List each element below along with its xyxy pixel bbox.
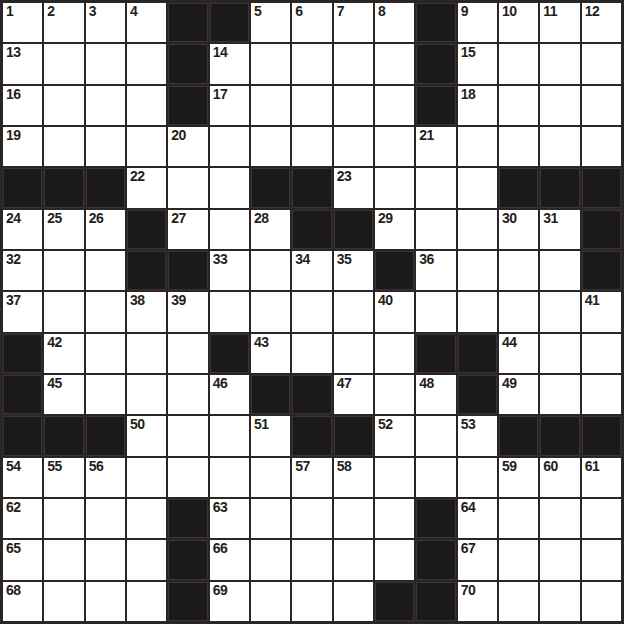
white-cell[interactable] <box>540 334 579 373</box>
clue-number: 68 <box>6 582 21 599</box>
white-cell[interactable]: 7 <box>334 3 373 42</box>
white-cell[interactable] <box>292 292 331 331</box>
white-cell[interactable]: 61 <box>582 458 621 497</box>
white-cell[interactable]: 50 <box>127 416 166 455</box>
white-cell[interactable] <box>86 334 125 373</box>
black-cell <box>3 416 42 455</box>
white-cell[interactable] <box>582 582 621 621</box>
white-cell[interactable]: 53 <box>458 416 497 455</box>
white-cell[interactable] <box>44 86 83 125</box>
black-cell <box>582 168 621 207</box>
white-cell[interactable] <box>210 458 249 497</box>
white-cell[interactable] <box>127 458 166 497</box>
clue-number: 24 <box>6 210 21 227</box>
clue-number: 28 <box>254 210 269 227</box>
white-cell[interactable]: 8 <box>375 3 414 42</box>
white-cell[interactable] <box>292 44 331 83</box>
clue-number: 34 <box>295 251 310 268</box>
white-cell[interactable] <box>44 127 83 166</box>
white-cell[interactable]: 4 <box>127 3 166 42</box>
clue-number: 11 <box>543 3 557 20</box>
white-cell[interactable] <box>540 540 579 579</box>
white-cell[interactable]: 17 <box>210 86 249 125</box>
white-cell[interactable] <box>127 582 166 621</box>
black-cell <box>292 210 331 249</box>
white-cell[interactable] <box>582 127 621 166</box>
white-cell[interactable] <box>292 540 331 579</box>
white-cell[interactable]: 10 <box>499 3 538 42</box>
white-cell[interactable] <box>127 86 166 125</box>
clue-number: 63 <box>213 499 228 516</box>
white-cell[interactable]: 36 <box>416 251 455 290</box>
white-cell[interactable]: 6 <box>292 3 331 42</box>
black-cell <box>210 3 249 42</box>
white-cell[interactable] <box>168 168 207 207</box>
white-cell[interactable]: 9 <box>458 3 497 42</box>
white-cell[interactable]: 65 <box>3 540 42 579</box>
white-cell[interactable]: 57 <box>292 458 331 497</box>
black-cell <box>292 416 331 455</box>
white-cell[interactable]: 45 <box>44 375 83 414</box>
clue-number: 44 <box>502 334 517 351</box>
clue-number: 8 <box>378 3 385 20</box>
white-cell[interactable]: 63 <box>210 499 249 538</box>
white-cell[interactable]: 67 <box>458 540 497 579</box>
clue-number: 29 <box>378 210 393 227</box>
white-cell[interactable] <box>86 375 125 414</box>
clue-number: 1 <box>6 3 13 20</box>
white-cell[interactable]: 42 <box>44 334 83 373</box>
white-cell[interactable] <box>582 540 621 579</box>
white-cell[interactable]: 54 <box>3 458 42 497</box>
white-cell[interactable]: 48 <box>416 375 455 414</box>
white-cell[interactable] <box>127 540 166 579</box>
white-cell[interactable] <box>127 375 166 414</box>
clue-number: 56 <box>89 458 104 475</box>
white-cell[interactable] <box>251 499 290 538</box>
black-cell <box>416 86 455 125</box>
clue-number: 42 <box>47 334 62 351</box>
black-cell <box>375 582 414 621</box>
white-cell[interactable] <box>44 292 83 331</box>
clue-number: 70 <box>461 582 476 599</box>
white-cell[interactable] <box>540 86 579 125</box>
clue-number: 5 <box>254 3 261 20</box>
clue-number: 7 <box>337 3 344 20</box>
white-cell[interactable] <box>375 334 414 373</box>
white-cell[interactable]: 68 <box>3 582 42 621</box>
white-cell[interactable]: 49 <box>499 375 538 414</box>
white-cell[interactable] <box>210 292 249 331</box>
crossword-grid: 1234567891011121314151617181920212223242… <box>0 0 624 624</box>
white-cell[interactable] <box>292 86 331 125</box>
white-cell[interactable] <box>251 86 290 125</box>
white-cell[interactable]: 5 <box>251 3 290 42</box>
white-cell[interactable] <box>251 251 290 290</box>
white-cell[interactable]: 64 <box>458 499 497 538</box>
white-cell[interactable] <box>375 499 414 538</box>
white-cell[interactable] <box>44 582 83 621</box>
white-cell[interactable] <box>44 540 83 579</box>
white-cell[interactable] <box>458 168 497 207</box>
clue-number: 35 <box>337 251 352 268</box>
clue-number: 16 <box>6 86 21 103</box>
clue-number: 12 <box>585 3 600 20</box>
clue-number: 46 <box>213 375 228 392</box>
white-cell[interactable]: 12 <box>582 3 621 42</box>
white-cell[interactable] <box>86 582 125 621</box>
clue-number: 31 <box>543 210 558 227</box>
white-cell[interactable]: 47 <box>334 375 373 414</box>
white-cell[interactable] <box>334 127 373 166</box>
white-cell[interactable] <box>334 86 373 125</box>
white-cell[interactable] <box>375 375 414 414</box>
black-cell <box>416 540 455 579</box>
white-cell[interactable] <box>582 334 621 373</box>
white-cell[interactable]: 18 <box>458 86 497 125</box>
black-cell <box>499 416 538 455</box>
clue-number: 65 <box>6 540 21 557</box>
black-cell <box>86 168 125 207</box>
clue-number: 10 <box>502 3 517 20</box>
white-cell[interactable]: 30 <box>499 210 538 249</box>
white-cell[interactable] <box>44 499 83 538</box>
clue-number: 26 <box>89 210 104 227</box>
white-cell[interactable] <box>168 416 207 455</box>
white-cell[interactable] <box>251 292 290 331</box>
white-cell[interactable] <box>334 292 373 331</box>
white-cell[interactable] <box>458 458 497 497</box>
clue-number: 23 <box>337 168 352 185</box>
clue-number: 52 <box>378 416 393 433</box>
white-cell[interactable] <box>416 458 455 497</box>
black-cell <box>334 416 373 455</box>
clue-number: 39 <box>171 292 186 309</box>
white-cell[interactable] <box>499 86 538 125</box>
white-cell[interactable]: 15 <box>458 44 497 83</box>
white-cell[interactable]: 22 <box>127 168 166 207</box>
clue-number: 40 <box>378 292 393 309</box>
white-cell[interactable]: 66 <box>210 540 249 579</box>
white-cell[interactable]: 40 <box>375 292 414 331</box>
white-cell[interactable]: 32 <box>3 251 42 290</box>
clue-number: 36 <box>419 251 434 268</box>
black-cell <box>86 416 125 455</box>
white-cell[interactable] <box>582 44 621 83</box>
white-cell[interactable] <box>210 416 249 455</box>
white-cell[interactable]: 13 <box>3 44 42 83</box>
black-cell <box>416 582 455 621</box>
clue-number: 13 <box>6 44 21 61</box>
white-cell[interactable] <box>416 168 455 207</box>
black-cell <box>292 168 331 207</box>
white-cell[interactable] <box>210 127 249 166</box>
black-cell <box>3 168 42 207</box>
white-cell[interactable] <box>458 292 497 331</box>
white-cell[interactable]: 28 <box>251 210 290 249</box>
white-cell[interactable]: 29 <box>375 210 414 249</box>
white-cell[interactable]: 16 <box>3 86 42 125</box>
clue-number: 25 <box>47 210 62 227</box>
white-cell[interactable] <box>334 540 373 579</box>
black-cell <box>416 44 455 83</box>
white-cell[interactable] <box>540 292 579 331</box>
white-cell[interactable] <box>375 86 414 125</box>
white-cell[interactable] <box>127 334 166 373</box>
white-cell[interactable] <box>86 292 125 331</box>
white-cell[interactable] <box>375 540 414 579</box>
white-cell[interactable]: 25 <box>44 210 83 249</box>
clue-number: 47 <box>337 375 352 392</box>
white-cell[interactable] <box>375 127 414 166</box>
white-cell[interactable]: 46 <box>210 375 249 414</box>
white-cell[interactable] <box>292 334 331 373</box>
white-cell[interactable] <box>86 499 125 538</box>
black-cell <box>3 334 42 373</box>
black-cell <box>582 210 621 249</box>
white-cell[interactable] <box>168 334 207 373</box>
clue-number: 37 <box>6 292 21 309</box>
white-cell[interactable]: 14 <box>210 44 249 83</box>
white-cell[interactable]: 43 <box>251 334 290 373</box>
black-cell <box>127 251 166 290</box>
clue-number: 67 <box>461 540 476 557</box>
white-cell[interactable] <box>375 168 414 207</box>
white-cell[interactable]: 21 <box>416 127 455 166</box>
white-cell[interactable] <box>499 292 538 331</box>
clue-number: 49 <box>502 375 517 392</box>
white-cell[interactable] <box>251 44 290 83</box>
clue-number: 2 <box>47 3 54 20</box>
clue-number: 58 <box>337 458 352 475</box>
white-cell[interactable]: 34 <box>292 251 331 290</box>
white-cell[interactable] <box>334 334 373 373</box>
black-cell <box>540 168 579 207</box>
white-cell[interactable] <box>582 86 621 125</box>
clue-number: 55 <box>47 458 62 475</box>
white-cell[interactable]: 56 <box>86 458 125 497</box>
black-cell <box>44 168 83 207</box>
white-cell[interactable] <box>127 127 166 166</box>
white-cell[interactable] <box>416 210 455 249</box>
white-cell[interactable] <box>86 127 125 166</box>
clue-number: 4 <box>130 3 137 20</box>
clue-number: 51 <box>254 416 269 433</box>
black-cell <box>251 375 290 414</box>
black-cell <box>416 334 455 373</box>
clue-number: 50 <box>130 416 145 433</box>
white-cell[interactable] <box>44 44 83 83</box>
white-cell[interactable] <box>458 210 497 249</box>
white-cell[interactable] <box>540 375 579 414</box>
white-cell[interactable] <box>251 127 290 166</box>
clue-number: 41 <box>585 292 600 309</box>
clue-number: 19 <box>6 127 21 144</box>
white-cell[interactable] <box>86 44 125 83</box>
white-cell[interactable] <box>86 251 125 290</box>
clue-number: 21 <box>419 127 434 144</box>
white-cell[interactable]: 24 <box>3 210 42 249</box>
clue-number: 14 <box>213 44 228 61</box>
black-cell <box>375 251 414 290</box>
white-cell[interactable]: 58 <box>334 458 373 497</box>
clue-number: 43 <box>254 334 269 351</box>
white-cell[interactable] <box>375 458 414 497</box>
white-cell[interactable] <box>334 499 373 538</box>
white-cell[interactable] <box>540 251 579 290</box>
white-cell[interactable] <box>334 582 373 621</box>
clue-number: 33 <box>213 251 228 268</box>
white-cell[interactable]: 31 <box>540 210 579 249</box>
white-cell[interactable] <box>210 168 249 207</box>
black-cell <box>416 499 455 538</box>
white-cell[interactable] <box>292 127 331 166</box>
white-cell[interactable] <box>416 292 455 331</box>
black-cell <box>458 334 497 373</box>
white-cell[interactable] <box>458 127 497 166</box>
clue-number: 54 <box>6 458 21 475</box>
white-cell[interactable]: 20 <box>168 127 207 166</box>
white-cell[interactable]: 70 <box>458 582 497 621</box>
clue-number: 59 <box>502 458 517 475</box>
white-cell[interactable]: 55 <box>44 458 83 497</box>
white-cell[interactable] <box>86 540 125 579</box>
clue-number: 6 <box>295 3 302 20</box>
black-cell <box>168 251 207 290</box>
clue-number: 32 <box>6 251 21 268</box>
black-cell <box>168 86 207 125</box>
white-cell[interactable] <box>540 127 579 166</box>
white-cell[interactable]: 38 <box>127 292 166 331</box>
white-cell[interactable] <box>251 458 290 497</box>
white-cell[interactable]: 69 <box>210 582 249 621</box>
white-cell[interactable] <box>292 582 331 621</box>
white-cell[interactable] <box>458 251 497 290</box>
white-cell[interactable] <box>127 44 166 83</box>
clue-number: 17 <box>213 86 228 103</box>
white-cell[interactable] <box>210 210 249 249</box>
black-cell <box>127 210 166 249</box>
white-cell[interactable]: 27 <box>168 210 207 249</box>
white-cell[interactable] <box>499 44 538 83</box>
white-cell[interactable] <box>499 582 538 621</box>
black-cell <box>168 582 207 621</box>
white-cell[interactable]: 37 <box>3 292 42 331</box>
white-cell[interactable] <box>251 540 290 579</box>
clue-number: 53 <box>461 416 476 433</box>
clue-number: 30 <box>502 210 517 227</box>
clue-number: 3 <box>89 3 96 20</box>
white-cell[interactable]: 35 <box>334 251 373 290</box>
clue-number: 48 <box>419 375 434 392</box>
white-cell[interactable] <box>251 582 290 621</box>
clue-number: 22 <box>130 168 145 185</box>
white-cell[interactable]: 3 <box>86 3 125 42</box>
white-cell[interactable]: 11 <box>540 3 579 42</box>
clue-number: 57 <box>295 458 310 475</box>
white-cell[interactable]: 59 <box>499 458 538 497</box>
white-cell[interactable] <box>582 375 621 414</box>
white-cell[interactable] <box>292 499 331 538</box>
black-cell <box>499 168 538 207</box>
white-cell[interactable]: 51 <box>251 416 290 455</box>
black-cell <box>44 416 83 455</box>
white-cell[interactable] <box>540 499 579 538</box>
black-cell <box>210 334 249 373</box>
black-cell <box>540 416 579 455</box>
white-cell[interactable]: 23 <box>334 168 373 207</box>
clue-number: 60 <box>543 458 558 475</box>
white-cell[interactable]: 26 <box>86 210 125 249</box>
white-cell[interactable]: 19 <box>3 127 42 166</box>
black-cell <box>334 210 373 249</box>
clue-number: 45 <box>47 375 62 392</box>
black-cell <box>292 375 331 414</box>
black-cell <box>416 3 455 42</box>
clue-number: 64 <box>461 499 476 516</box>
black-cell <box>168 540 207 579</box>
black-cell <box>251 168 290 207</box>
white-cell[interactable] <box>582 499 621 538</box>
black-cell <box>458 375 497 414</box>
white-cell[interactable] <box>44 251 83 290</box>
clue-number: 15 <box>461 44 476 61</box>
white-cell[interactable] <box>168 458 207 497</box>
black-cell <box>3 375 42 414</box>
white-cell[interactable]: 52 <box>375 416 414 455</box>
white-cell[interactable] <box>86 86 125 125</box>
clue-number: 62 <box>6 499 21 516</box>
white-cell[interactable] <box>127 499 166 538</box>
clue-number: 20 <box>171 127 186 144</box>
white-cell[interactable] <box>375 44 414 83</box>
black-cell <box>168 3 207 42</box>
black-cell <box>582 416 621 455</box>
white-cell[interactable] <box>540 44 579 83</box>
clue-number: 66 <box>213 540 228 557</box>
clue-number: 38 <box>130 292 145 309</box>
white-cell[interactable]: 2 <box>44 3 83 42</box>
white-cell[interactable]: 41 <box>582 292 621 331</box>
clue-number: 9 <box>461 3 468 20</box>
white-cell[interactable]: 62 <box>3 499 42 538</box>
white-cell[interactable] <box>334 44 373 83</box>
clue-number: 61 <box>585 458 600 475</box>
white-cell[interactable] <box>168 375 207 414</box>
white-cell[interactable] <box>499 251 538 290</box>
white-cell[interactable] <box>499 540 538 579</box>
white-cell[interactable] <box>416 416 455 455</box>
white-cell[interactable]: 44 <box>499 334 538 373</box>
black-cell <box>168 44 207 83</box>
white-cell[interactable]: 1 <box>3 3 42 42</box>
white-cell[interactable] <box>499 499 538 538</box>
white-cell[interactable] <box>499 127 538 166</box>
white-cell[interactable]: 60 <box>540 458 579 497</box>
clue-number: 27 <box>171 210 186 227</box>
clue-number: 69 <box>213 582 228 599</box>
black-cell <box>168 499 207 538</box>
white-cell[interactable]: 39 <box>168 292 207 331</box>
black-cell <box>582 251 621 290</box>
clue-number: 18 <box>461 86 476 103</box>
white-cell[interactable] <box>540 582 579 621</box>
white-cell[interactable]: 33 <box>210 251 249 290</box>
